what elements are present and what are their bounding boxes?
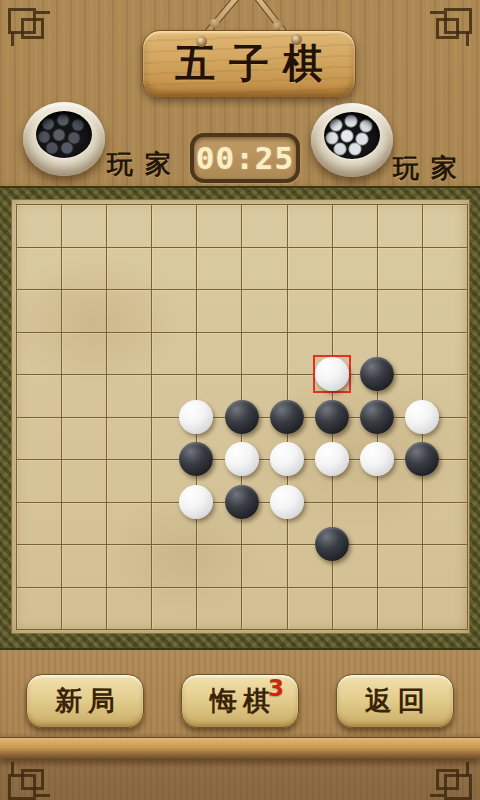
board-cell[interactable]	[333, 333, 378, 376]
board-cell[interactable]	[197, 418, 242, 461]
board-cell[interactable]	[333, 588, 378, 631]
board-cell[interactable]	[197, 545, 242, 588]
game-screen: 五子棋 玩家 00:25 玩家 新局 悔棋 3 返回	[0, 0, 480, 800]
game-timer: 00:25	[190, 133, 300, 183]
bottom-panel: 新局 悔棋 3 返回	[0, 650, 480, 800]
board-cell[interactable]	[423, 333, 468, 376]
corner-ornament-top-right	[428, 6, 474, 50]
board-cell[interactable]	[17, 460, 62, 503]
board-cell[interactable]	[333, 418, 378, 461]
board-cell[interactable]	[152, 418, 197, 461]
board-cell[interactable]	[378, 248, 423, 291]
board-cell[interactable]	[197, 503, 242, 546]
board-cell[interactable]	[62, 588, 107, 631]
board-cell[interactable]	[152, 503, 197, 546]
new-game-button[interactable]: 新局	[26, 674, 144, 728]
board-cell[interactable]	[152, 290, 197, 333]
title-sign: 五子棋	[142, 30, 356, 98]
board-cell[interactable]	[17, 375, 62, 418]
board-cell[interactable]	[423, 588, 468, 631]
board-cell[interactable]	[288, 290, 333, 333]
board-cell[interactable]	[107, 248, 152, 291]
board-cell[interactable]	[17, 333, 62, 376]
white-stones-bowl	[311, 103, 393, 177]
board-cell[interactable]	[378, 460, 423, 503]
app-title: 五子棋	[143, 31, 355, 95]
board-cell[interactable]	[197, 333, 242, 376]
board-cell[interactable]	[17, 248, 62, 291]
board-cell[interactable]	[423, 503, 468, 546]
board-cell[interactable]	[152, 248, 197, 291]
board-cell[interactable]	[17, 418, 62, 461]
board-cell[interactable]	[107, 205, 152, 248]
board-cell[interactable]	[107, 290, 152, 333]
corner-ornament-bottom-left	[6, 758, 52, 800]
board-cell[interactable]	[197, 290, 242, 333]
board-cell[interactable]	[288, 248, 333, 291]
board-cell[interactable]	[423, 460, 468, 503]
board-cell[interactable]	[17, 545, 62, 588]
white-stones-in-bowl	[324, 112, 380, 159]
board-cell[interactable]	[62, 503, 107, 546]
black-stones-in-bowl	[36, 111, 92, 158]
board-cell[interactable]	[107, 375, 152, 418]
board-cell[interactable]	[378, 375, 423, 418]
board-cell[interactable]	[152, 375, 197, 418]
board-cell[interactable]	[62, 205, 107, 248]
board-cell[interactable]	[107, 418, 152, 461]
board-cell[interactable]	[333, 248, 378, 291]
corner-ornament-bottom-right	[428, 758, 474, 800]
board-cell[interactable]	[288, 503, 333, 546]
board-cell[interactable]	[107, 460, 152, 503]
board-grid[interactable]	[16, 204, 468, 630]
black-stones-bowl	[23, 102, 105, 176]
board-cell[interactable]	[152, 545, 197, 588]
board-cell[interactable]	[333, 460, 378, 503]
board-cell[interactable]	[242, 460, 287, 503]
board-cell[interactable]	[423, 205, 468, 248]
board-cell[interactable]	[333, 290, 378, 333]
board-cell[interactable]	[197, 248, 242, 291]
board-cell[interactable]	[378, 545, 423, 588]
board-cell[interactable]	[107, 333, 152, 376]
board-cell[interactable]	[242, 290, 287, 333]
board-cell[interactable]	[423, 290, 468, 333]
board-cell[interactable]	[242, 375, 287, 418]
board-cell[interactable]	[17, 588, 62, 631]
board-cell[interactable]	[288, 545, 333, 588]
sign-grommet-right	[291, 34, 302, 45]
board-cell[interactable]	[152, 588, 197, 631]
board-cell[interactable]	[378, 503, 423, 546]
board-cell[interactable]	[62, 375, 107, 418]
board-cell[interactable]	[242, 545, 287, 588]
undo-count-badge: 3	[268, 675, 290, 701]
board-cell[interactable]	[242, 333, 287, 376]
shelf-edge	[0, 737, 480, 759]
board-cell[interactable]	[242, 503, 287, 546]
board-cell[interactable]	[288, 418, 333, 461]
board-cell[interactable]	[17, 503, 62, 546]
board-cell[interactable]	[107, 503, 152, 546]
board-cell[interactable]	[242, 248, 287, 291]
board-cell[interactable]	[62, 418, 107, 461]
board-cell[interactable]	[62, 460, 107, 503]
go-board	[11, 199, 470, 634]
board-cell[interactable]	[17, 290, 62, 333]
board-cell[interactable]	[288, 460, 333, 503]
board-cell[interactable]	[378, 418, 423, 461]
board-cell[interactable]	[333, 205, 378, 248]
board-cell[interactable]	[378, 205, 423, 248]
board-cell[interactable]	[333, 503, 378, 546]
board-cell[interactable]	[197, 375, 242, 418]
timer-value: 00:25	[194, 137, 296, 179]
action-buttons: 新局 悔棋 3 返回	[0, 674, 480, 728]
board-cell[interactable]	[62, 248, 107, 291]
right-player-label: 玩家	[393, 151, 469, 186]
board-cell[interactable]	[17, 205, 62, 248]
board-cell[interactable]	[62, 333, 107, 376]
board-cell[interactable]	[378, 290, 423, 333]
board-cell[interactable]	[288, 588, 333, 631]
board-cell[interactable]	[333, 545, 378, 588]
board-cell[interactable]	[288, 333, 333, 376]
board-cell[interactable]	[197, 205, 242, 248]
board-cell[interactable]	[288, 375, 333, 418]
board-cell[interactable]	[333, 375, 378, 418]
board-cell[interactable]	[423, 418, 468, 461]
board-cell[interactable]	[152, 333, 197, 376]
board-cell[interactable]	[378, 333, 423, 376]
board-cell[interactable]	[423, 248, 468, 291]
undo-button[interactable]: 悔棋 3	[181, 674, 299, 728]
board-cell[interactable]	[107, 588, 152, 631]
sign-grommet-left	[196, 36, 207, 47]
board-cell[interactable]	[242, 588, 287, 631]
board-cell[interactable]	[197, 460, 242, 503]
board-cell[interactable]	[423, 545, 468, 588]
board-cell[interactable]	[62, 545, 107, 588]
board-cell[interactable]	[152, 460, 197, 503]
board-cell[interactable]	[152, 205, 197, 248]
board-cell[interactable]	[62, 290, 107, 333]
board-cell[interactable]	[242, 205, 287, 248]
board-cell[interactable]	[107, 545, 152, 588]
back-button[interactable]: 返回	[336, 674, 454, 728]
board-frame	[0, 186, 480, 650]
board-cell[interactable]	[378, 588, 423, 631]
board-cell[interactable]	[242, 418, 287, 461]
board-cell[interactable]	[423, 375, 468, 418]
board-cell[interactable]	[288, 205, 333, 248]
left-player-label: 玩家	[107, 147, 183, 182]
corner-ornament-top-left	[6, 6, 52, 50]
board-cell[interactable]	[197, 588, 242, 631]
